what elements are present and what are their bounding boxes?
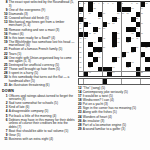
cell-number: 24 (117, 17, 119, 19)
cell-number: 31 (79, 27, 81, 29)
cell-number: 37 (117, 32, 119, 34)
cell-number: 40 (79, 37, 81, 39)
down-clue-list: 1Officers and ratings about-turned to fo… (1, 95, 75, 142)
cell-number: 57 (98, 51, 100, 53)
clue-text: Mechanical machines get from a timber me… (9, 21, 75, 28)
cell-number: 58 (127, 51, 129, 53)
clue-text: A sound familiar to a golfer (3) (83, 128, 149, 132)
clue-text: An illustration threatening (6) (9, 84, 75, 88)
cell-number: 17 (103, 12, 105, 14)
clue-item: 29A sound familiar to a golfer (3) (76, 128, 149, 132)
cell-number: 26 (79, 22, 81, 24)
cell-number: 21 (141, 12, 143, 14)
cell-number: 63 (122, 56, 124, 58)
cell-number: 36 (93, 32, 95, 34)
cell-number: 10 (136, 2, 138, 4)
crossword-grid: 1234567891011121314151617181920212223242… (78, 1, 150, 77)
white-square[interactable] (145, 7, 149, 12)
cell-number: 4 (98, 2, 99, 4)
clue-column-right: 12"The" (song) (5)14Contemporary joke se… (76, 87, 149, 132)
cell-number: 19 (122, 12, 124, 14)
down-continued-clue-list: 12"The" (song) (5)14Contemporary joke se… (76, 87, 149, 131)
cell-number: 22 (84, 17, 86, 19)
cell-number: 11 (145, 2, 147, 4)
white-square[interactable] (145, 27, 149, 32)
cell-number: 33 (103, 27, 105, 29)
white-square[interactable] (145, 12, 149, 17)
cell-number: 23 (98, 17, 100, 19)
cell-number: 30 (141, 22, 143, 24)
cell-number: 60 (79, 56, 81, 58)
cell-number: 62 (117, 56, 119, 58)
cell-number: 6 (108, 2, 109, 4)
white-square[interactable] (145, 72, 149, 77)
cell-number: 3 (93, 2, 94, 4)
cell-number: 44 (131, 37, 133, 39)
cell-number: 13 (131, 7, 133, 9)
cell-number: 67 (112, 61, 114, 63)
cell-number: 25 (136, 17, 138, 19)
cell-number: 15 (79, 12, 81, 14)
cell-number: 32 (98, 27, 100, 29)
clue-item: 6Debtors may have in this money for thei… (1, 119, 75, 130)
cell-number: 65 (79, 61, 81, 63)
cell-number: 45 (136, 37, 138, 39)
cell-number: 2 (84, 2, 85, 4)
strip-letter-square[interactable] (145, 79, 149, 84)
cell-number: 70 (89, 66, 91, 68)
cell-number: 56 (93, 51, 95, 53)
cell-number: 48 (117, 41, 119, 43)
cell-number: 59 (131, 51, 133, 53)
cell-number: 38 (131, 32, 133, 34)
white-square[interactable] (145, 17, 149, 22)
cell-number: 54 (145, 46, 147, 48)
cell-number: 47 (93, 41, 95, 43)
cell-number: 8 (122, 2, 123, 4)
cell-number: 16 (89, 12, 91, 14)
cell-number: 53 (136, 46, 138, 48)
cell-number: 34 (136, 27, 138, 29)
cell-number: 39 (141, 32, 143, 34)
cell-number: 49 (127, 41, 129, 43)
cell-number: 29 (112, 22, 114, 24)
white-square[interactable] (145, 32, 149, 37)
cell-number: 71 (112, 66, 114, 68)
cell-number: 66 (93, 61, 95, 63)
black-square (145, 57, 149, 62)
cell-number: 35 (89, 32, 91, 34)
cell-number: 52 (112, 46, 114, 48)
clue-number: 13 (1, 21, 9, 28)
clue-item: 11Business with an extra eight (4) (1, 138, 75, 142)
cell-number: 74 (112, 71, 114, 73)
cell-number: 51 (103, 46, 105, 48)
white-square[interactable] (145, 52, 149, 57)
cell-number: 69 (79, 66, 81, 68)
cell-number: 1 (79, 2, 80, 4)
cell-number: 43 (117, 37, 119, 39)
across-clue-list: 8The exact spot selected by the Roundhea… (1, 1, 75, 88)
cell-number: 18 (117, 12, 119, 14)
cell-number: 64 (141, 56, 143, 58)
cell-number: 68 (131, 61, 133, 63)
clue-item: 31An illustration threatening (6) (1, 84, 75, 88)
clue-column-left: 8The exact spot selected by the Roundhea… (1, 1, 75, 142)
clue-text: Debtors may have in this money for their… (9, 119, 75, 130)
cell-number: 72 (127, 66, 129, 68)
cell-number: 20 (127, 12, 129, 14)
white-square[interactable] (145, 62, 149, 67)
cell-number: 55 (79, 51, 81, 53)
cell-number: 14 (141, 7, 143, 9)
clue-number: 11 (1, 138, 9, 142)
cell-number: 75 (141, 71, 143, 73)
clue-text: Business with an extra eight (4) (9, 138, 75, 142)
clue-number: 29 (76, 128, 83, 132)
clue-item: 13Mechanical machines get from a timber … (1, 21, 75, 28)
cell-number: 42 (103, 37, 105, 39)
cell-number: 50 (79, 46, 81, 48)
bonus-answer-strip (78, 78, 150, 85)
white-square[interactable]: 11 (145, 2, 149, 7)
cell-number: 41 (84, 37, 86, 39)
cell-number: 28 (108, 22, 110, 24)
black-square (145, 67, 149, 72)
cell-number: 5 (103, 2, 104, 4)
cell-number: 73 (89, 71, 91, 73)
white-square[interactable] (145, 22, 149, 27)
clue-number: 31 (1, 84, 9, 88)
cell-number: 46 (79, 41, 81, 43)
cell-number: 9 (131, 2, 132, 4)
cell-number: 7 (112, 2, 113, 4)
cell-number: 27 (89, 22, 91, 24)
cell-number: 61 (98, 56, 100, 58)
clue-number: 6 (1, 119, 9, 130)
white-square[interactable] (145, 37, 149, 42)
cell-number: 12 (93, 7, 95, 9)
white-square[interactable]: 54 (145, 47, 149, 52)
